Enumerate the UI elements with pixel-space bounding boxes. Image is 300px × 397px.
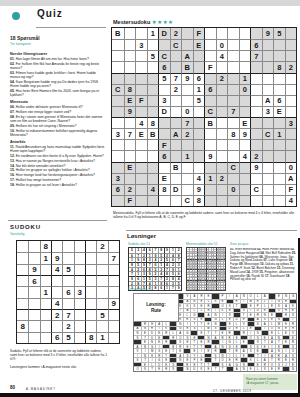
mestersudoku-cell: 9: [124, 106, 136, 117]
mestersudoku-cell: [239, 162, 251, 173]
mestersudoku-cell: [170, 106, 182, 117]
mestersudoku-cell: [250, 106, 262, 117]
mestersudoku-cell: [135, 50, 147, 61]
mestersudoku-cell: A: [170, 128, 182, 139]
mestersudoku-cell: 0: [285, 162, 297, 173]
mestersudoku-cell: [135, 106, 147, 117]
mestersudoku-cell: [181, 95, 193, 106]
mestersudoku-cell: 7: [170, 73, 182, 84]
mestersudoku-cell: [181, 84, 193, 95]
crossword-cell: S: [141, 366, 148, 371]
mestersudoku-cell: [135, 84, 147, 95]
mestersudoku-cell: 7: [181, 117, 193, 128]
mestersudoku-cell: 8: [147, 117, 159, 128]
mestersudoku-cell: [204, 73, 216, 84]
page-top-edge: [0, 0, 300, 6]
mestersudoku-cell: F: [193, 28, 205, 39]
mestersudoku-cell: 2: [170, 28, 182, 39]
mestersudoku-cell: 0: [227, 184, 239, 195]
mestersudoku-cell: [216, 61, 228, 72]
crossword-cell: T: [219, 366, 226, 371]
sudoku-cell: [17, 298, 28, 309]
mestersudoku-cell: [285, 39, 297, 50]
sudoku-cell: [40, 332, 51, 343]
losninger-title: Løsninger: [127, 233, 156, 239]
page-number: 80: [10, 385, 15, 390]
mestersudoku-cell: 9: [204, 150, 216, 161]
mestersudoku-cell: [112, 95, 124, 106]
mestersudoku-cell: [124, 73, 136, 84]
sudoku-cell: [74, 241, 85, 252]
sudoku-cell: [85, 275, 96, 286]
mestersudoku-cell: E: [273, 106, 285, 117]
mestersudoku-cell: [158, 117, 170, 128]
mestersudoku-cell: [181, 39, 193, 50]
mestersudoku-cell: 4: [285, 195, 297, 206]
mestersudoku-cell: A: [262, 95, 274, 106]
mestersudoku-cell: [204, 162, 216, 173]
mestersudoku-cell: [285, 84, 297, 95]
losninger-rule: [126, 230, 297, 231]
sudoku-cell: [62, 275, 73, 286]
mestersudoku-cell: [250, 61, 262, 72]
sudoku-grid: 82197945616349275826581: [16, 240, 120, 344]
solution-mestersudoku-cell: E: [223, 287, 225, 290]
mestersudoku-cell: [112, 139, 124, 150]
sudoku-cell: [40, 264, 51, 275]
sudoku-cell: [108, 275, 119, 286]
crossword-answer-box: Løsning: Rute: [133, 293, 179, 322]
mestersudoku-cell: [262, 39, 274, 50]
sudoku-title: SUDOKU: [10, 224, 41, 230]
mestersudoku-cell: [147, 39, 159, 50]
mestersudoku-cell: 5: [273, 28, 285, 39]
mestersudoku-cell: 1: [273, 128, 285, 139]
mestersudoku-cell: [262, 195, 274, 206]
crossword-cell: S: [261, 366, 268, 371]
crossword-cell: L: [254, 366, 261, 371]
quiz-title: Quiz: [37, 8, 63, 19]
quiz-question: 06. Hvilke andre delstater grenser Minne…: [10, 105, 107, 109]
sudoku-note: Løsningene kommer i A-magasinet neste uk…: [10, 365, 109, 369]
quiz-question: 18. Hvilke to grupper av sel lever i Ant…: [10, 183, 107, 187]
mestersudoku-cell: 6: [204, 84, 216, 95]
solution-sudoku-label: Sudoku uke 51: [128, 242, 150, 246]
mestersudoku-cell: [227, 139, 239, 150]
mestersudoku-cell: [170, 50, 182, 61]
mestersudoku-cell: [147, 73, 159, 84]
mestersudoku-cell: [239, 28, 251, 39]
crossword-cell: N: [289, 366, 296, 371]
mestersudoku-cell: [193, 117, 205, 128]
sudoku-cell: [40, 320, 51, 331]
sudoku-cell: [96, 264, 107, 275]
sudoku-cell: 6: [62, 286, 73, 297]
sudoku-cell: 5: [96, 309, 107, 320]
mestersudoku-cell: B: [204, 117, 216, 128]
sudoku-cell: 8: [85, 332, 96, 343]
crossword-cell: A: [233, 366, 240, 371]
mestersudoku-cell: [262, 61, 274, 72]
mestersudoku-cell: [273, 162, 285, 173]
mestersudoku-cell: [112, 61, 124, 72]
mestersudoku-cell: 6: [158, 150, 170, 161]
sudoku-cell: 1: [40, 286, 51, 297]
mestersudoku-cell: 9: [193, 184, 205, 195]
sudoku-cell: [51, 286, 62, 297]
mestersudoku-cell: 3: [135, 39, 147, 50]
mestersudoku-cell: [216, 184, 228, 195]
mestersudoku-cell: 3: [112, 173, 124, 184]
winner-note-line2: i A-magasinet 17. januar.: [246, 382, 294, 386]
mestersudoku-cell: [193, 162, 205, 173]
sudoku-cell: [40, 309, 51, 320]
mestersudoku-cell: [135, 139, 147, 150]
mestersudoku-cell: [216, 106, 228, 117]
mestersudoku-cell: [216, 150, 228, 161]
sudoku-cell: [96, 286, 107, 297]
sudoku-cell: [108, 309, 119, 320]
sudoku-cell: [28, 309, 39, 320]
sudoku-cell: [108, 332, 119, 343]
mestersudoku-cell: [250, 28, 262, 39]
mestersudoku-cell: [216, 128, 228, 139]
mestersudoku-cell: [170, 195, 182, 206]
sudoku-cell: [85, 320, 96, 331]
mestersudoku-cell: [170, 95, 182, 106]
mestersudoku-cell: [112, 73, 124, 84]
crossword-cell: E: [268, 366, 275, 371]
solution-mestersudoku-label: Mestersudoku uke 51: [186, 242, 218, 246]
sudoku-cell: 2: [62, 320, 73, 331]
mestersudoku-cell: [112, 50, 124, 61]
mestersudoku-cell: [227, 39, 239, 50]
mestersudoku-cell: [262, 73, 274, 84]
mestersudoku-cell: [262, 173, 274, 184]
sudoku-cell: [96, 320, 107, 331]
sudoku-caption: Sudoku. Fyll ut feltene slik at de vannr…: [10, 349, 109, 361]
sudoku-cell: [17, 309, 28, 320]
mestersudoku-cell: 4: [216, 50, 228, 61]
mestersudoku-cell: [204, 95, 216, 106]
mestersudoku-cell: [135, 162, 147, 173]
mestersudoku-cell: [273, 139, 285, 150]
crossword-cell: E: [155, 366, 162, 371]
mestersudoku-cell: D: [170, 184, 182, 195]
mestersudoku-cell: 4: [193, 173, 205, 184]
mestersudoku-cell: [273, 39, 285, 50]
mestersudoku-cell: [216, 117, 228, 128]
sudoku-cell: [28, 252, 39, 263]
sudoku-cell: 1: [40, 252, 51, 263]
mestersudoku-cell: C: [181, 195, 193, 206]
quiz-question: 04. Kåre Bergstrøm hadde regi på De døde…: [10, 80, 107, 88]
mestersudoku-cell: [147, 95, 159, 106]
mestersudoku-cell: 1: [239, 73, 251, 84]
mestersudoku-cell: [158, 162, 170, 173]
mestersudoku-cell: 6: [112, 184, 124, 195]
sudoku-cell: 7: [108, 252, 119, 263]
mestersudoku-cell: B: [147, 128, 159, 139]
sudoku-cell: [74, 264, 85, 275]
mestersudoku-cell: [262, 150, 274, 161]
quiz-category-name: Antarktis: [10, 140, 107, 144]
mestersudoku-cell: 1: [204, 173, 216, 184]
mestersudoku-cell: [285, 73, 297, 84]
sudoku-cell: 9: [108, 298, 119, 309]
sudoku-cell: 6: [51, 332, 62, 343]
mestersudoku-cell: C: [158, 50, 170, 61]
mestersudoku-cell: [135, 73, 147, 84]
sudoku-cell: 7: [62, 309, 73, 320]
mestersudoku-cell: [193, 139, 205, 150]
mestersudoku-cell: [273, 84, 285, 95]
sudoku-cell: [85, 264, 96, 275]
issue-date: 27. DESEMBER 2019: [213, 389, 251, 393]
mestersudoku-cell: [204, 128, 216, 139]
mestersudoku-cell: [262, 162, 274, 173]
mestersudoku-cell: 1: [147, 28, 159, 39]
mestersudoku-cell: [193, 50, 205, 61]
mestersudoku-cell: [170, 150, 182, 161]
mestersudoku-cell: 9: [262, 28, 274, 39]
quiz-question: 14. Når ble dette området annektert?: [10, 164, 107, 168]
mestersudoku-cell: 7: [124, 128, 136, 139]
mestersudoku-cell: F: [158, 139, 170, 150]
mestersudoku-cell: 3: [112, 128, 124, 139]
mestersudoku-cell: [285, 139, 297, 150]
mestersudoku-cell: 2: [216, 173, 228, 184]
mestersudoku-cell: 4: [147, 184, 159, 195]
quiz-subheading: Tre kategorier: [10, 42, 31, 46]
mestersudoku-cell: [204, 50, 216, 61]
magazine-puzzle-page: Quiz 18 Spørsmål Tre kategorier Norske f…: [0, 0, 300, 397]
sudoku-cell: [51, 320, 62, 331]
mestersudoku-cell: [239, 106, 251, 117]
solution-mestersudoku-grid: 0123456789ABCDEF456789ABCDEF012389ABCDEF…: [186, 247, 226, 291]
quiz-question: 12. En nordmann var den første til å fly…: [10, 154, 107, 158]
mestersudoku-cell: [170, 139, 182, 150]
mestersudoku-cell: D: [158, 28, 170, 39]
mestersudoku-cell: [273, 150, 285, 161]
mestersudoku-cell: 3: [158, 95, 170, 106]
mestersudoku-cell: [239, 173, 251, 184]
crossword-cell: T: [148, 366, 155, 371]
sudoku-cell: [62, 241, 73, 252]
mestersudoku-cell: 8: [193, 195, 205, 206]
quiz-question: 09. Hvilken elv har sitt utspring i Minn…: [10, 124, 107, 128]
mestersudoku-cell: [227, 117, 239, 128]
mestersudoku-cell: [181, 162, 193, 173]
mestersudoku-cell: [158, 195, 170, 206]
mestersudoku-cell: [285, 50, 297, 61]
quiz-question: 01. Han laget filmen Alt om min far. Hva…: [10, 57, 107, 61]
sudoku-cell: [28, 286, 39, 297]
mestersudoku-cell: [135, 150, 147, 161]
mestersudoku-cell: [181, 184, 193, 195]
mestersudoku-cell: [239, 61, 251, 72]
magazine-name: A-MAGASINET: [26, 387, 56, 391]
mestersudoku-cell: [112, 39, 124, 50]
quiz-question: 07. Hvilken stor innsjø ligger staten ve…: [10, 110, 107, 114]
mestersudoku-cell: [227, 173, 239, 184]
mestersudoku-cell: 0: [239, 84, 251, 95]
mestersudoku-cell: [204, 39, 216, 50]
mestersudoku-cell: [262, 184, 274, 195]
mestersudoku-cell: 7: [227, 106, 239, 117]
quiz-answers-text: 01. Even Benestad 02. Hans Petter Moland…: [230, 248, 297, 288]
mestersudoku-cell: [112, 150, 124, 161]
mestersudoku-cell: [124, 150, 136, 161]
sudoku-cell: [17, 286, 28, 297]
sudoku-cell: [62, 252, 73, 263]
quiz-question: 15. Hvilke tre grupper av sjøfugler hekk…: [10, 168, 107, 172]
mestersudoku-cell: [124, 39, 136, 50]
mestersudoku-cell: C: [170, 39, 182, 50]
mestersudoku-cell: [204, 28, 216, 39]
sudoku-cell: [108, 286, 119, 297]
mestersudoku-cell: 6: [273, 95, 285, 106]
quiz-question: 05. Hva heter Bent Hamers film fra 2003,…: [10, 89, 107, 97]
mestersudoku-cell: C: [227, 162, 239, 173]
mestersudoku-cell: [250, 139, 262, 150]
sudoku-cell: [74, 275, 85, 286]
mestersudoku-cell: [250, 84, 262, 95]
mestersudoku-cell: [204, 139, 216, 150]
mestersudoku-cell: [124, 139, 136, 150]
quiz-question: 17. Hvilket hav omgir kontinentet?: [10, 178, 107, 182]
mestersudoku-cell: D: [158, 106, 170, 117]
mestersudoku-cell: E: [239, 117, 251, 128]
mestersudoku-cell: A: [181, 50, 193, 61]
sudoku-cell: [17, 252, 28, 263]
mestersudoku-cell: [216, 195, 228, 206]
sudoku-cell: [74, 332, 85, 343]
mestersudoku-cell: [135, 61, 147, 72]
mestersudoku-cell: 8: [158, 184, 170, 195]
mestersudoku-cell: [147, 150, 159, 161]
mestersudoku-cell: 8: [227, 128, 239, 139]
sudoku-cell: [28, 298, 39, 309]
sudoku-cell: 2: [96, 241, 107, 252]
sudoku-cell: 9: [51, 252, 62, 263]
mestersudoku-cell: [285, 150, 297, 161]
mestersudoku-cell: [262, 50, 274, 61]
mestersudoku-cell: [250, 95, 262, 106]
sudoku-cell: [17, 332, 28, 343]
mestersudoku-cell: E: [124, 162, 136, 173]
mestersudoku-cell: [227, 28, 239, 39]
mestersudoku-cell: [193, 150, 205, 161]
mestersudoku-cell: 5: [193, 95, 205, 106]
mestersudoku-cell: [216, 95, 228, 106]
mestersudoku-cell: F: [285, 184, 297, 195]
mestersudoku-cell: [216, 139, 228, 150]
mestersudoku-cell: [193, 61, 205, 72]
mestersudoku-cell: [285, 106, 297, 117]
crossword-cell: K: [197, 366, 204, 371]
mestersudoku-cell: E: [193, 39, 205, 50]
mestersudoku-cell: F: [124, 195, 136, 206]
mestersudoku-cell: 2: [170, 84, 182, 95]
crossword-cell: T: [211, 366, 218, 371]
mestersudoku-cell: [147, 84, 159, 95]
solution-sudoku-cell: 9: [175, 285, 181, 290]
mestersudoku-cell: [227, 73, 239, 84]
mestersudoku-cell: [147, 195, 159, 206]
sudoku-cell: [96, 275, 107, 286]
crossword-cell: E: [247, 366, 254, 371]
sudoku-cell: [17, 264, 28, 275]
sudoku-cell: 1: [96, 332, 107, 343]
crossword-cell: O: [134, 366, 141, 371]
mestersudoku-cell: [227, 50, 239, 61]
mestersudoku-cell: [216, 84, 228, 95]
mestersudoku-cell: [250, 117, 262, 128]
mestersudoku-cell: 2: [216, 73, 228, 84]
mestersudoku-cell: [227, 84, 239, 95]
sudoku-cell: [74, 320, 85, 331]
mestersudoku-cell: [285, 128, 297, 139]
mestersudoku-cell: [239, 184, 251, 195]
sudoku-section-rule: [8, 220, 107, 221]
mestersudoku-cell: [193, 128, 205, 139]
mestersudoku-cell: [124, 61, 136, 72]
mestersudoku-cell: [147, 162, 159, 173]
sudoku-cell: 8: [17, 320, 28, 331]
mestersudoku-cell: [181, 139, 193, 150]
sudoku-cell: 5: [62, 264, 73, 275]
difficulty-stars-icon: ★★★★: [152, 19, 174, 25]
crossword-cell: [226, 366, 233, 371]
sudoku-cell: [85, 286, 96, 297]
mestersudoku-cell: [250, 195, 262, 206]
mestersudoku-cell: [239, 139, 251, 150]
mestersudoku-cell: 1: [181, 150, 193, 161]
crossword-cell: B: [183, 366, 190, 371]
mestersudoku-cell: [285, 95, 297, 106]
mestersudoku-cell: 6: [250, 39, 262, 50]
quiz-category-name: Norske filmregissører: [10, 52, 107, 56]
mestersudoku-cell: [147, 139, 159, 150]
sudoku-cell: [28, 332, 39, 343]
crossword-cell: N: [240, 366, 247, 371]
mestersudoku-cell: 6: [158, 61, 170, 72]
mestersudoku-cell: [273, 184, 285, 195]
mestersudoku-cell: [239, 195, 251, 206]
mestersudoku-cell: [239, 95, 251, 106]
mestersudoku-grid: B1D2F953CE065CA476BF82579621C82160EF35A6…: [111, 27, 297, 207]
sudoku-cell: [108, 264, 119, 275]
mestersudoku-cell: [262, 117, 274, 128]
quiz-question: 10. Hvilke to indianerstammer befolket o…: [10, 129, 107, 137]
mestersudoku-cell: [181, 173, 193, 184]
quiz-category-name: Minnesota: [10, 100, 107, 104]
quiz-question: 03. Filmen hans hadde gode kritikker i h…: [10, 71, 107, 79]
crossword-answer-box-line2: Rute: [151, 308, 161, 314]
sudoku-cell: [96, 298, 107, 309]
mestersudoku-cell: 8: [273, 61, 285, 72]
mestersudoku-cell: [112, 162, 124, 173]
mestersudoku-cell: 9: [239, 128, 251, 139]
quiz-question: 02. For hvilken film fikk han Amanda for…: [10, 62, 107, 70]
sudoku-cell: [17, 241, 28, 252]
mestersudoku-cell: [227, 195, 239, 206]
sudoku-cell: [108, 241, 119, 252]
mestersudoku-cell: [124, 50, 136, 61]
crossword-cell: [176, 366, 183, 371]
sudoku-cell: 3: [74, 286, 85, 297]
